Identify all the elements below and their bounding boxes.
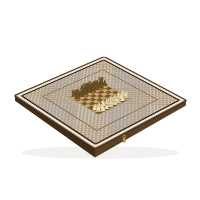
corner-marker-h1 xyxy=(185,100,186,101)
inner-margin xyxy=(42,69,158,131)
corner-marker-h8 xyxy=(103,57,104,58)
corner-marker-a8 xyxy=(14,95,15,96)
chess-set-photo: ♜♞♝♛♚♝♞♜♟♟♟♟♟♟♟♟♟♟♟♟♟♟♟♟♜♞♝♛♚♝♞♜ xyxy=(0,0,200,200)
corner-marker-a1 xyxy=(94,148,96,149)
brass-latch xyxy=(123,137,125,142)
board-grid xyxy=(69,82,131,115)
